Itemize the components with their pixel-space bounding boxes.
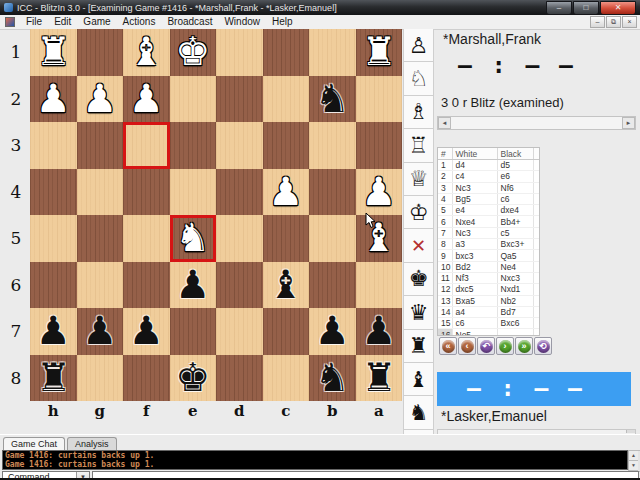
- square-b1[interactable]: [309, 29, 356, 76]
- menu-file[interactable]: File: [20, 15, 48, 29]
- console-line: Game 1416: curtains backs up 1.: [3, 460, 627, 469]
- palette-clear-square-icon[interactable]: ✕: [404, 229, 434, 262]
- window-title: ICC - BlitzIn 3.0 - [Examining Game #141…: [17, 3, 545, 13]
- move-extra: [533, 160, 539, 171]
- move-extra: [533, 272, 539, 283]
- maximize-button[interactable]: □: [573, 1, 599, 15]
- white-pawn[interactable]: ♟: [263, 169, 310, 216]
- black-move[interactable]: c5: [497, 227, 533, 238]
- move-col-Black: Black: [497, 148, 533, 160]
- rank-label-1: 1: [4, 29, 28, 76]
- square-f6[interactable]: [123, 262, 170, 309]
- square-g5[interactable]: [77, 215, 124, 262]
- square-g6[interactable]: [77, 262, 124, 309]
- move-row[interactable]: 8a3Bxc3+: [438, 239, 539, 250]
- square-c4[interactable]: ♟: [263, 169, 310, 216]
- file-label-h: h: [30, 402, 77, 420]
- rank-label-7: 7: [4, 308, 28, 355]
- square-e8[interactable]: ♚: [170, 355, 217, 402]
- square-g7[interactable]: ♟: [77, 308, 124, 355]
- move-extra: [533, 295, 539, 306]
- white-move[interactable]: Ne5: [452, 329, 497, 336]
- square-e4[interactable]: [170, 169, 217, 216]
- square-h7[interactable]: ♟: [30, 308, 77, 355]
- file-label-f: f: [123, 402, 170, 420]
- square-g1[interactable]: [77, 29, 124, 76]
- rank-label-6: 6: [4, 262, 28, 309]
- white-bishop[interactable]: ♝: [123, 29, 170, 76]
- move-extra: [533, 284, 539, 295]
- square-f4[interactable]: [123, 169, 170, 216]
- move-extra: [533, 239, 539, 250]
- palette-black-queen-icon[interactable]: ♛: [404, 296, 434, 329]
- square-h3[interactable]: [30, 122, 77, 169]
- square-f7[interactable]: ♟: [123, 308, 170, 355]
- move-row[interactable]: 14a4Bd7: [438, 306, 539, 317]
- square-d4[interactable]: [216, 169, 263, 216]
- white-move[interactable]: a4: [452, 306, 497, 317]
- palette-black-bishop-icon[interactable]: ♝: [404, 363, 434, 396]
- white-move[interactable]: Nf3: [452, 272, 497, 283]
- white-move[interactable]: Bd2: [452, 261, 497, 272]
- black-clock-box: – : – –: [437, 372, 631, 406]
- console-line: Game 1416: curtains backs up 1.: [3, 451, 627, 460]
- square-g3[interactable]: [77, 122, 124, 169]
- scroll-right-icon[interactable]: ►: [622, 117, 635, 129]
- square-h4[interactable]: [30, 169, 77, 216]
- move-row[interactable]: 2c4e6: [438, 171, 539, 182]
- white-rook[interactable]: ♜: [356, 29, 403, 76]
- move-extra: [533, 318, 539, 329]
- black-move[interactable]: Bxc6: [497, 318, 533, 329]
- move-number: 10: [438, 261, 452, 272]
- move-row[interactable]: 16Ne5: [438, 329, 539, 336]
- move-extra: [533, 216, 539, 227]
- rank-label-3: 3: [4, 122, 28, 169]
- navigation-buttons: «‹↶›»⟲: [439, 337, 553, 355]
- menu-bar: FileEditGameActionsBroadcastWindowHelp –…: [0, 15, 640, 30]
- square-a6[interactable]: [356, 262, 403, 309]
- square-a7[interactable]: ♟: [356, 308, 403, 355]
- menu-game[interactable]: Game: [77, 15, 116, 29]
- square-f8[interactable]: [123, 355, 170, 402]
- piece-palette: ♙♘♗♖♕♔✕♚♛♜♝♞♟: [403, 29, 434, 463]
- move-extra: [533, 193, 539, 204]
- scroll-down-icon[interactable]: ▼: [629, 461, 638, 471]
- move-extra: [533, 205, 539, 216]
- black-pawn[interactable]: ♟: [309, 308, 356, 355]
- move-row[interactable]: 15c6Bxc6: [438, 318, 539, 329]
- white-move[interactable]: Bxa5: [452, 295, 497, 306]
- square-e5[interactable]: ♞: [170, 215, 217, 262]
- white-move[interactable]: a3: [452, 239, 497, 250]
- black-move[interactable]: dxe4: [497, 205, 533, 216]
- game-info: 3 0 r Blitz (examined): [441, 95, 564, 110]
- white-move[interactable]: Bg5: [452, 193, 497, 204]
- square-h6[interactable]: [30, 262, 77, 309]
- file-label-e: e: [170, 402, 217, 420]
- square-b4[interactable]: [309, 169, 356, 216]
- black-move[interactable]: e6: [497, 171, 533, 182]
- square-b7[interactable]: ♟: [309, 308, 356, 355]
- palette-white-bishop-icon[interactable]: ♗: [404, 96, 434, 129]
- move-extra: [533, 306, 539, 317]
- palette-black-rook-icon[interactable]: ♜: [404, 330, 434, 363]
- go-to-start-button-icon: «: [442, 340, 455, 353]
- console-scrollbar[interactable]: ▲ ▼: [628, 450, 640, 472]
- move-number: 15: [438, 318, 452, 329]
- go-to-end-button-icon: »: [518, 340, 531, 353]
- white-rook[interactable]: ♜: [30, 29, 77, 76]
- tab-analysis[interactable]: Analysis: [67, 437, 117, 451]
- square-b3[interactable]: [309, 122, 356, 169]
- black-rook[interactable]: ♜: [356, 355, 403, 402]
- move-extra: [533, 250, 539, 261]
- close-button[interactable]: ✕: [600, 1, 636, 15]
- black-move[interactable]: Qa5: [497, 250, 533, 261]
- file-label-d: d: [216, 402, 263, 420]
- tab-game-chat[interactable]: Game Chat: [3, 437, 65, 451]
- rank-labels: 12345678: [4, 29, 28, 401]
- back-button-icon: ‹: [461, 340, 474, 353]
- rank-label-8: 8: [4, 355, 28, 402]
- square-c5[interactable]: [263, 215, 310, 262]
- menu-help[interactable]: Help: [266, 15, 299, 29]
- flip-board-button[interactable]: ⟲: [534, 337, 552, 355]
- move-row[interactable]: 6Nxe4Bb4+: [438, 216, 539, 227]
- palette-white-pawn-icon[interactable]: ♙: [404, 29, 434, 62]
- child-restore-button[interactable]: ⧉: [606, 16, 621, 28]
- white-clock: – : – –: [458, 52, 576, 78]
- black-move[interactable]: Bxc3+: [497, 239, 533, 250]
- move-number: 14: [438, 306, 452, 317]
- square-f2[interactable]: ♟: [123, 76, 170, 123]
- white-king[interactable]: ♚: [170, 29, 217, 76]
- black-knight[interactable]: ♞: [309, 355, 356, 402]
- black-move[interactable]: Nf6: [497, 182, 533, 193]
- file-labels: hgfedcba: [30, 402, 402, 420]
- title-bar: ICC - BlitzIn 3.0 - [Examining Game #141…: [0, 0, 640, 15]
- square-b6[interactable]: [309, 262, 356, 309]
- forward-button-icon: ›: [499, 340, 512, 353]
- square-f1[interactable]: ♝: [123, 29, 170, 76]
- square-e2[interactable]: [170, 76, 217, 123]
- move-row[interactable]: 13Bxa5Nb2: [438, 295, 539, 306]
- menu-edit[interactable]: Edit: [48, 15, 77, 29]
- square-c8[interactable]: [263, 355, 310, 402]
- move-number: 16: [438, 329, 452, 336]
- black-move[interactable]: Ne4: [497, 261, 533, 272]
- move-extra: [533, 329, 539, 336]
- move-number: 12: [438, 284, 452, 295]
- move-extra: [533, 171, 539, 182]
- square-e3[interactable]: [170, 122, 217, 169]
- white-move[interactable]: Nxe4: [452, 216, 497, 227]
- black-pawn[interactable]: ♟: [123, 308, 170, 355]
- move-number: 2: [438, 171, 452, 182]
- square-g8[interactable]: [77, 355, 124, 402]
- square-h8[interactable]: ♜: [30, 355, 77, 402]
- palette-black-king-icon[interactable]: ♚: [404, 263, 434, 296]
- palette-white-queen-icon[interactable]: ♕: [404, 163, 434, 196]
- scroll-up-icon[interactable]: ▲: [629, 451, 638, 461]
- move-row[interactable]: 12dxc5Nxd1: [438, 284, 539, 295]
- square-b2[interactable]: ♞: [309, 76, 356, 123]
- square-c7[interactable]: [263, 308, 310, 355]
- chat-console[interactable]: Game 1416: curtains backs up 1.Game 1416…: [2, 450, 628, 470]
- child-close-button[interactable]: ×: [622, 16, 637, 28]
- white-pawn[interactable]: ♟: [356, 169, 403, 216]
- move-extra: [533, 227, 539, 238]
- white-move[interactable]: e4: [452, 205, 497, 216]
- move-number: 1: [438, 160, 452, 171]
- child-minimize-button[interactable]: –: [590, 16, 605, 28]
- move-extra: [533, 261, 539, 272]
- menu-broadcast[interactable]: Broadcast: [161, 15, 218, 29]
- palette-black-knight-icon[interactable]: ♞: [404, 396, 434, 429]
- square-d1[interactable]: [216, 29, 263, 76]
- move-number: 4: [438, 193, 452, 204]
- square-h5[interactable]: [30, 215, 77, 262]
- square-h2[interactable]: ♟: [30, 76, 77, 123]
- square-d6[interactable]: [216, 262, 263, 309]
- white-move[interactable]: d4: [452, 160, 497, 171]
- black-move[interactable]: Bd7: [497, 306, 533, 317]
- square-e7[interactable]: [170, 308, 217, 355]
- white-pawn[interactable]: ♟: [123, 76, 170, 123]
- palette-white-king-icon[interactable]: ♔: [404, 196, 434, 229]
- move-row[interactable]: 4Bg5c6: [438, 193, 539, 204]
- black-move[interactable]: Nxc3: [497, 272, 533, 283]
- square-c6[interactable]: ♝: [263, 262, 310, 309]
- white-move[interactable]: dxc5: [452, 284, 497, 295]
- square-a5[interactable]: ♝: [356, 215, 403, 262]
- move-row[interactable]: 9bxc3Qa5: [438, 250, 539, 261]
- file-label-g: g: [77, 402, 124, 420]
- white-bishop[interactable]: ♝: [356, 215, 403, 262]
- menu-actions[interactable]: Actions: [117, 15, 162, 29]
- square-c1[interactable]: [263, 29, 310, 76]
- move-row[interactable]: 10Bd2Ne4: [438, 261, 539, 272]
- white-player-name: *Marshall,Frank: [443, 31, 541, 47]
- move-extra: [533, 182, 539, 193]
- white-knight[interactable]: ♞: [170, 215, 217, 262]
- square-e1[interactable]: ♚: [170, 29, 217, 76]
- go-to-end-button[interactable]: »: [515, 337, 533, 355]
- black-move[interactable]: Bb4+: [497, 216, 533, 227]
- square-a1[interactable]: ♜: [356, 29, 403, 76]
- move-number: 11: [438, 272, 452, 283]
- flip-board-button-icon: ⟲: [537, 340, 550, 353]
- file-label-b: b: [309, 402, 356, 420]
- move-number: 9: [438, 250, 452, 261]
- square-d3[interactable]: [216, 122, 263, 169]
- mouse-cursor: [365, 213, 376, 233]
- square-e6[interactable]: ♟: [170, 262, 217, 309]
- move-row[interactable]: 5e4dxe4: [438, 205, 539, 216]
- app-icon: [4, 3, 13, 12]
- white-move[interactable]: c4: [452, 171, 497, 182]
- minimize-button[interactable]: –: [546, 1, 572, 15]
- forward-button[interactable]: ›: [496, 337, 514, 355]
- move-col-White: White: [452, 148, 497, 160]
- square-b5[interactable]: [309, 215, 356, 262]
- black-bishop[interactable]: ♝: [263, 262, 310, 309]
- move-row[interactable]: 11Nf3Nxc3: [438, 272, 539, 283]
- back-button[interactable]: ‹: [458, 337, 476, 355]
- board: ♜♝♚♜♟♟♟♞♟♟♞♝♟♝♟♟♟♟♟♜♚♞♜: [30, 29, 402, 401]
- black-move[interactable]: [497, 329, 533, 336]
- black-rook[interactable]: ♜: [30, 355, 77, 402]
- white-move[interactable]: Nc3: [452, 227, 497, 238]
- square-a4[interactable]: ♟: [356, 169, 403, 216]
- rank-label-5: 5: [4, 215, 28, 262]
- rank-label-4: 4: [4, 169, 28, 216]
- move-row[interactable]: 1d4d5: [438, 160, 539, 171]
- black-pawn[interactable]: ♟: [170, 262, 217, 309]
- move-list[interactable]: #WhiteBlack 1d4d52c4e63Nc3Nf64Bg5c65e4dx…: [437, 147, 540, 336]
- black-pawn[interactable]: ♟: [77, 308, 124, 355]
- move-number: 8: [438, 239, 452, 250]
- move-number: 5: [438, 205, 452, 216]
- square-d2[interactable]: [216, 76, 263, 123]
- black-move[interactable]: c6: [497, 193, 533, 204]
- undo-button-icon: ↶: [480, 340, 493, 353]
- file-label-c: c: [263, 402, 310, 420]
- square-a2[interactable]: [356, 76, 403, 123]
- black-move[interactable]: Nxd1: [497, 284, 533, 295]
- app-window: ICC - BlitzIn 3.0 - [Examining Game #141…: [0, 0, 640, 480]
- square-g4[interactable]: [77, 169, 124, 216]
- square-d5[interactable]: [216, 215, 263, 262]
- move-row[interactable]: 7Nc3c5: [438, 227, 539, 238]
- black-knight[interactable]: ♞: [309, 76, 356, 123]
- undo-button[interactable]: ↶: [477, 337, 495, 355]
- move-col-extra: [533, 148, 539, 160]
- console-panel: Game ChatAnalysis Game 1416: curtains ba…: [0, 434, 640, 480]
- square-d7[interactable]: [216, 308, 263, 355]
- scroll-left-icon[interactable]: ◄: [438, 117, 451, 129]
- white-pawn[interactable]: ♟: [30, 76, 77, 123]
- go-to-start-button[interactable]: «: [439, 337, 457, 355]
- square-c3[interactable]: [263, 122, 310, 169]
- black-pawn[interactable]: ♟: [356, 308, 403, 355]
- palette-white-rook-icon[interactable]: ♖: [404, 129, 434, 162]
- file-label-a: a: [356, 402, 403, 420]
- white-pawn[interactable]: ♟: [77, 76, 124, 123]
- move-number: 6: [438, 216, 452, 227]
- rank-label-2: 2: [4, 76, 28, 123]
- square-h1[interactable]: ♜: [30, 29, 77, 76]
- white-move[interactable]: c6: [452, 318, 497, 329]
- black-move[interactable]: Nb2: [497, 295, 533, 306]
- white-move[interactable]: Nc3: [452, 182, 497, 193]
- square-f5[interactable]: [123, 215, 170, 262]
- move-number: 3: [438, 182, 452, 193]
- black-player-name: *Lasker,Emanuel: [441, 408, 547, 424]
- move-number: 13: [438, 295, 452, 306]
- square-c2[interactable]: [263, 76, 310, 123]
- palette-white-knight-icon[interactable]: ♘: [404, 62, 434, 95]
- child-window-icon: [5, 17, 15, 27]
- black-king[interactable]: ♚: [170, 355, 217, 402]
- square-b8[interactable]: ♞: [309, 355, 356, 402]
- move-row[interactable]: 3Nc3Nf6: [438, 182, 539, 193]
- white-move[interactable]: bxc3: [452, 250, 497, 261]
- square-g2[interactable]: ♟: [77, 76, 124, 123]
- square-a3[interactable]: [356, 122, 403, 169]
- square-a8[interactable]: ♜: [356, 355, 403, 402]
- info-scrollbar[interactable]: ◄ ►: [437, 116, 636, 130]
- move-number: 7: [438, 227, 452, 238]
- square-d8[interactable]: [216, 355, 263, 402]
- black-move[interactable]: d5: [497, 160, 533, 171]
- black-pawn[interactable]: ♟: [30, 308, 77, 355]
- menu-window[interactable]: Window: [218, 15, 266, 29]
- black-clock: – : – –: [467, 375, 640, 401]
- square-f3[interactable]: [123, 122, 170, 169]
- move-col-num: #: [438, 148, 452, 160]
